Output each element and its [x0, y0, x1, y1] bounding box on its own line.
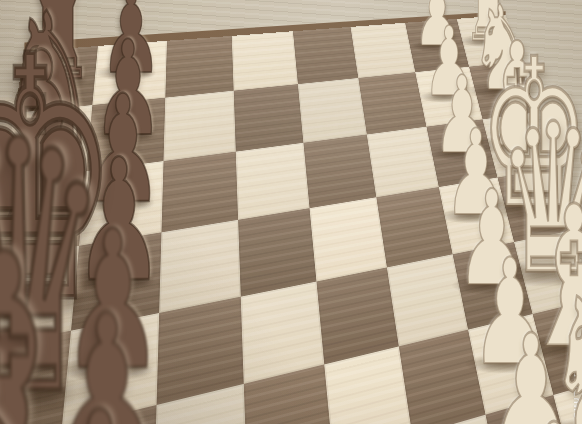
square-h1 [457, 15, 520, 67]
square-h3 [351, 23, 416, 78]
watermark-text: SHUTTERSTOCK [572, 334, 581, 418]
square-h7 [92, 41, 167, 105]
square-d8 [0, 331, 71, 424]
square-g7 [86, 98, 165, 172]
square-h4 [293, 27, 358, 84]
square-g8 [3, 105, 92, 182]
square-g4 [298, 78, 367, 143]
square-f6 [161, 152, 238, 233]
square-h6 [165, 36, 233, 98]
square-g6 [163, 91, 235, 161]
square-f5 [236, 143, 310, 220]
chess-photo-scene: ♜♞♝♛♚♝♞♜♟♟♟♟♟♟♟♟♟♟♟♟♟♟♟♟♜♞♝♛♚♝♞♜ SHUTTER… [0, 0, 582, 424]
square-h5 [232, 31, 298, 90]
chess-board [0, 15, 582, 424]
square-f4 [303, 134, 376, 208]
square-g5 [234, 84, 304, 151]
square-h8 [14, 46, 98, 113]
